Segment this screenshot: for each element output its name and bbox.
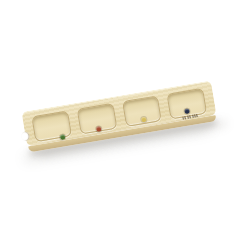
product-photo — [0, 0, 235, 235]
compartment-grid — [31, 88, 207, 142]
compartment-1[interactable] — [31, 110, 72, 142]
wooden-tray — [21, 80, 216, 146]
compartment-3[interactable] — [122, 95, 163, 127]
finger-notch — [21, 131, 30, 141]
green-dot — [60, 134, 66, 140]
